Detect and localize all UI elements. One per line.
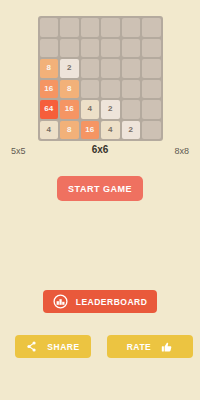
thumbs-up-icon bbox=[161, 341, 173, 353]
tile-64: 64 bbox=[40, 100, 59, 119]
board-cell bbox=[40, 18, 59, 37]
board-cell bbox=[60, 39, 79, 58]
tile-4: 4 bbox=[81, 100, 100, 119]
size-option-8x8[interactable]: 8x8 bbox=[174, 144, 189, 156]
board-cell bbox=[142, 18, 161, 37]
size-option-6x6-label: 6x6 bbox=[92, 144, 109, 155]
share-label: SHARE bbox=[47, 342, 79, 352]
start-game-button[interactable]: START GAME bbox=[57, 176, 143, 201]
tile-8: 8 bbox=[40, 59, 59, 78]
board-cell bbox=[142, 121, 161, 140]
leaderboard-label: LEADERBOARD bbox=[76, 297, 148, 307]
tile-4: 4 bbox=[101, 121, 120, 140]
tile-2: 2 bbox=[60, 59, 79, 78]
size-option-5x5[interactable]: 5x5 bbox=[11, 144, 26, 156]
tile-16: 16 bbox=[40, 80, 59, 99]
tile-4: 4 bbox=[40, 121, 59, 140]
start-game-label: START GAME bbox=[68, 184, 132, 194]
board-cell bbox=[122, 80, 141, 99]
board-cell bbox=[81, 59, 100, 78]
board-cell bbox=[101, 59, 120, 78]
tile-2: 2 bbox=[122, 121, 141, 140]
board-cell bbox=[142, 100, 161, 119]
board-size-selector: 5x5 6x6 8x8 bbox=[0, 144, 200, 156]
board-cell bbox=[142, 80, 161, 99]
board-cell bbox=[101, 18, 120, 37]
tile-16: 16 bbox=[81, 121, 100, 140]
tile-8: 8 bbox=[60, 121, 79, 140]
board-cell bbox=[101, 80, 120, 99]
leaderboard-podium-icon bbox=[53, 294, 68, 309]
board-cell bbox=[142, 39, 161, 58]
tile-8: 8 bbox=[60, 80, 79, 99]
share-icon bbox=[26, 341, 37, 352]
board-cell bbox=[122, 59, 141, 78]
size-option-6x6[interactable]: 6x6 bbox=[92, 144, 109, 155]
board-cell bbox=[122, 100, 141, 119]
tile-2: 2 bbox=[101, 100, 120, 119]
bottom-button-row: SHARE RATE bbox=[0, 335, 200, 358]
board-cell bbox=[81, 80, 100, 99]
rate-button[interactable]: RATE bbox=[107, 335, 193, 358]
board-cell bbox=[81, 18, 100, 37]
rate-label: RATE bbox=[127, 342, 152, 352]
tile-16: 16 bbox=[60, 100, 79, 119]
board-cell bbox=[81, 39, 100, 58]
board-cell bbox=[142, 59, 161, 78]
board-cell bbox=[122, 39, 141, 58]
leaderboard-button[interactable]: LEADERBOARD bbox=[43, 290, 157, 313]
board-cell bbox=[101, 39, 120, 58]
board: 82168641642481642 bbox=[38, 16, 163, 141]
board-cell bbox=[60, 18, 79, 37]
share-button[interactable]: SHARE bbox=[15, 335, 91, 358]
board-cell bbox=[40, 39, 59, 58]
board-cell bbox=[122, 18, 141, 37]
